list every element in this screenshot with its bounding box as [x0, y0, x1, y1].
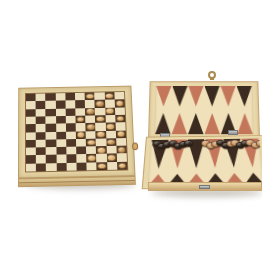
backgammon-checker[interactable]	[184, 140, 193, 147]
board-square[interactable]	[75, 115, 85, 123]
board-square[interactable]	[96, 154, 106, 162]
ring-plate	[210, 77, 214, 80]
checker-piece[interactable]	[106, 108, 115, 114]
checkers-board-top	[18, 86, 136, 179]
board-square[interactable]	[76, 154, 86, 162]
board-square[interactable]	[97, 162, 107, 170]
checker-piece[interactable]	[97, 163, 106, 170]
board-square[interactable]	[46, 139, 56, 147]
board-square[interactable]	[105, 115, 115, 123]
board-square[interactable]	[66, 147, 76, 155]
board-square[interactable]	[76, 146, 86, 154]
board-square[interactable]	[56, 155, 66, 163]
board-square[interactable]	[105, 123, 115, 131]
board-front-edge	[18, 176, 136, 187]
board-square[interactable]	[96, 146, 106, 154]
board-square[interactable]	[36, 139, 46, 147]
board-square[interactable]	[66, 162, 76, 170]
backgammon-point[interactable]	[237, 86, 253, 107]
board-square[interactable]	[85, 115, 95, 123]
checker-piece[interactable]	[96, 131, 105, 137]
board-square[interactable]	[117, 161, 127, 169]
checker-piece[interactable]	[86, 108, 95, 114]
checkers-grid	[25, 91, 128, 172]
checker-piece[interactable]	[76, 116, 85, 122]
backgammon-point[interactable]	[204, 86, 219, 107]
board-square[interactable]	[116, 130, 126, 138]
checker-piece[interactable]	[116, 131, 125, 137]
backgammon-point[interactable]	[155, 113, 171, 134]
board-square[interactable]	[26, 124, 36, 132]
product-photo-scene	[0, 0, 262, 276]
backgammon-point[interactable]	[221, 86, 236, 107]
clasp-knob	[132, 143, 138, 151]
board-square[interactable]	[26, 163, 36, 171]
backgammon-point[interactable]	[172, 86, 187, 107]
board-square[interactable]	[46, 124, 56, 132]
checker-piece[interactable]	[86, 124, 95, 130]
board-square[interactable]	[46, 163, 56, 171]
checker-piece[interactable]	[117, 146, 126, 152]
backgammon-point[interactable]	[156, 86, 172, 107]
board-square[interactable]	[66, 155, 76, 163]
checkers-board	[18, 86, 136, 189]
board-square[interactable]	[76, 123, 86, 131]
board-square[interactable]	[26, 116, 36, 124]
checker-piece[interactable]	[107, 139, 116, 145]
board-square[interactable]	[116, 146, 126, 154]
board-square[interactable]	[26, 148, 36, 156]
board-square[interactable]	[95, 123, 105, 131]
checker-piece[interactable]	[96, 101, 105, 107]
checkers-board-group	[18, 80, 142, 200]
board-square[interactable]	[26, 155, 36, 163]
board-square[interactable]	[56, 147, 66, 155]
board-square[interactable]	[36, 155, 46, 163]
backgammon-point[interactable]	[188, 86, 203, 107]
checker-piece[interactable]	[115, 100, 124, 106]
board-square[interactable]	[36, 132, 46, 140]
board-square[interactable]	[96, 130, 106, 138]
board-square[interactable]	[115, 122, 125, 130]
backgammon-box-group	[146, 70, 262, 215]
board-square[interactable]	[86, 131, 96, 139]
board-square[interactable]	[86, 138, 96, 146]
board-square[interactable]	[106, 146, 116, 154]
checker-piece[interactable]	[118, 162, 127, 169]
hinge-right	[228, 130, 238, 135]
checker-piece[interactable]	[85, 93, 94, 99]
backgammon-point[interactable]	[237, 113, 253, 134]
base-checkers-row	[149, 138, 261, 156]
board-square[interactable]	[46, 147, 56, 155]
lid-playing-field	[154, 86, 254, 134]
board-square[interactable]	[106, 130, 116, 138]
lid-points-top	[156, 86, 252, 107]
board-square[interactable]	[36, 147, 46, 155]
board-square[interactable]	[66, 123, 76, 131]
board-square[interactable]	[56, 139, 66, 147]
board-square[interactable]	[36, 124, 46, 132]
board-square[interactable]	[46, 131, 56, 139]
lid-points-bottom	[155, 113, 253, 134]
board-square[interactable]	[115, 115, 125, 123]
board-square[interactable]	[106, 154, 116, 162]
board-square[interactable]	[96, 138, 106, 146]
board-square[interactable]	[56, 131, 66, 139]
board-square[interactable]	[86, 123, 96, 131]
backgammon-point[interactable]	[172, 113, 188, 134]
checker-piece[interactable]	[107, 155, 116, 162]
checker-piece[interactable]	[96, 116, 105, 122]
checker-piece[interactable]	[87, 139, 96, 145]
base-front-wall	[148, 182, 262, 191]
checker-piece[interactable]	[105, 93, 114, 99]
board-square[interactable]	[56, 163, 66, 171]
board-square[interactable]	[26, 140, 36, 148]
backgammon-lid	[148, 81, 260, 140]
board-square[interactable]	[87, 162, 97, 170]
backgammon-point[interactable]	[204, 113, 219, 134]
board-square[interactable]	[76, 131, 86, 139]
board-square[interactable]	[66, 131, 76, 139]
board-square[interactable]	[46, 155, 56, 163]
board-square[interactable]	[107, 162, 117, 170]
board-square[interactable]	[66, 139, 76, 147]
checker-piece[interactable]	[77, 132, 86, 138]
board-square[interactable]	[36, 163, 46, 171]
board-square[interactable]	[86, 154, 96, 162]
board-square[interactable]	[116, 138, 126, 146]
board-square[interactable]	[56, 116, 66, 124]
board-square[interactable]	[117, 154, 127, 162]
board-square[interactable]	[26, 132, 36, 140]
clasp-latch	[199, 185, 210, 189]
checker-piece[interactable]	[106, 123, 115, 129]
base-playing-field	[147, 138, 262, 185]
backgammon-point[interactable]	[188, 113, 203, 134]
fold-seam	[19, 180, 135, 183]
board-square[interactable]	[56, 124, 66, 132]
checker-piece[interactable]	[97, 147, 106, 153]
board-square[interactable]	[106, 138, 116, 146]
board-square[interactable]	[76, 139, 86, 147]
checker-piece[interactable]	[87, 155, 96, 162]
board-square[interactable]	[76, 162, 86, 170]
board-square[interactable]	[86, 146, 96, 154]
board-square[interactable]	[46, 116, 56, 124]
checker-piece[interactable]	[116, 115, 125, 121]
